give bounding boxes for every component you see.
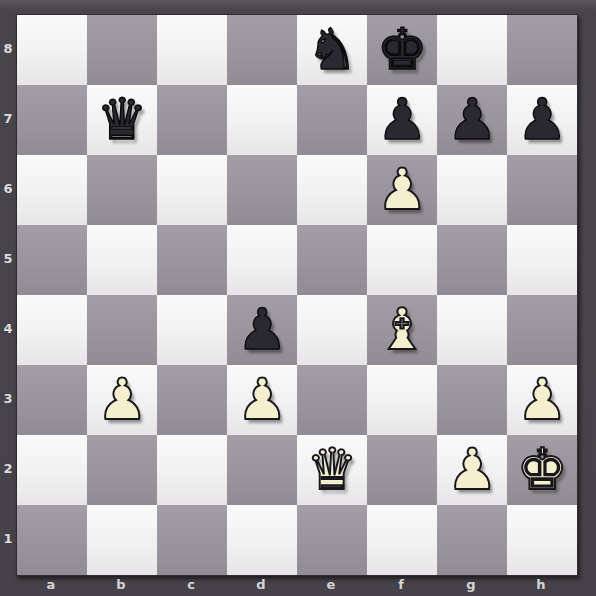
piece-black-king[interactable]: ♚ — [367, 15, 437, 85]
rank-label-5: 5 — [0, 224, 16, 294]
piece-black-pawn[interactable]: ♟ — [437, 85, 507, 155]
piece-black-pawn[interactable]: ♟ — [227, 295, 297, 365]
square-c3[interactable] — [157, 365, 227, 435]
square-f3[interactable] — [367, 365, 437, 435]
piece-black-knight[interactable]: ♞ — [297, 15, 367, 85]
square-e3[interactable] — [297, 365, 367, 435]
square-b2[interactable] — [87, 435, 157, 505]
square-c4[interactable] — [157, 295, 227, 365]
square-e8[interactable]: ♞ — [297, 15, 367, 85]
square-d7[interactable] — [227, 85, 297, 155]
square-f7[interactable]: ♟ — [367, 85, 437, 155]
rank-label-4: 4 — [0, 294, 16, 364]
piece-black-queen[interactable]: ♛ — [87, 85, 157, 155]
square-e2[interactable]: ♛ — [297, 435, 367, 505]
rank-label-8: 8 — [0, 14, 16, 84]
square-e7[interactable] — [297, 85, 367, 155]
square-b1[interactable] — [87, 505, 157, 575]
square-e4[interactable] — [297, 295, 367, 365]
square-h8[interactable] — [507, 15, 577, 85]
square-h4[interactable] — [507, 295, 577, 365]
rank-label-3: 3 — [0, 364, 16, 434]
square-h6[interactable] — [507, 155, 577, 225]
square-f8[interactable]: ♚ — [367, 15, 437, 85]
file-label-b: b — [86, 575, 156, 596]
square-h7[interactable]: ♟ — [507, 85, 577, 155]
piece-white-pawn[interactable]: ♟ — [87, 365, 157, 435]
square-g6[interactable] — [437, 155, 507, 225]
rank-label-2: 2 — [0, 434, 16, 504]
rank-label-1: 1 — [0, 504, 16, 574]
file-label-f: f — [366, 575, 436, 596]
square-e1[interactable] — [297, 505, 367, 575]
square-a3[interactable] — [17, 365, 87, 435]
square-d4[interactable]: ♟ — [227, 295, 297, 365]
square-c7[interactable] — [157, 85, 227, 155]
square-d3[interactable]: ♟ — [227, 365, 297, 435]
square-d5[interactable] — [227, 225, 297, 295]
square-h2[interactable]: ♚ — [507, 435, 577, 505]
square-e5[interactable] — [297, 225, 367, 295]
square-a1[interactable] — [17, 505, 87, 575]
square-a6[interactable] — [17, 155, 87, 225]
file-label-c: c — [156, 575, 226, 596]
square-f6[interactable]: ♟ — [367, 155, 437, 225]
piece-white-pawn[interactable]: ♟ — [367, 155, 437, 225]
square-f1[interactable] — [367, 505, 437, 575]
square-g4[interactable] — [437, 295, 507, 365]
square-c6[interactable] — [157, 155, 227, 225]
square-b8[interactable] — [87, 15, 157, 85]
square-d2[interactable] — [227, 435, 297, 505]
square-g8[interactable] — [437, 15, 507, 85]
square-a2[interactable] — [17, 435, 87, 505]
piece-white-queen[interactable]: ♛ — [297, 435, 367, 505]
board-frame: ♞♚♛♟♟♟♟♟♝♟♟♟♛♟♚ 87654321 abcdefgh — [0, 0, 596, 596]
rank-label-7: 7 — [0, 84, 16, 154]
square-e6[interactable] — [297, 155, 367, 225]
square-g7[interactable]: ♟ — [437, 85, 507, 155]
square-h5[interactable] — [507, 225, 577, 295]
square-h1[interactable] — [507, 505, 577, 575]
square-b4[interactable] — [87, 295, 157, 365]
square-g3[interactable] — [437, 365, 507, 435]
square-h3[interactable]: ♟ — [507, 365, 577, 435]
piece-white-king[interactable]: ♚ — [507, 435, 577, 505]
square-a8[interactable] — [17, 15, 87, 85]
square-b6[interactable] — [87, 155, 157, 225]
chess-board: ♞♚♛♟♟♟♟♟♝♟♟♟♛♟♚ — [16, 14, 578, 576]
square-c1[interactable] — [157, 505, 227, 575]
square-a5[interactable] — [17, 225, 87, 295]
square-d6[interactable] — [227, 155, 297, 225]
rank-label-6: 6 — [0, 154, 16, 224]
file-label-h: h — [506, 575, 576, 596]
square-f5[interactable] — [367, 225, 437, 295]
square-d8[interactable] — [227, 15, 297, 85]
square-b7[interactable]: ♛ — [87, 85, 157, 155]
square-c5[interactable] — [157, 225, 227, 295]
file-label-e: e — [296, 575, 366, 596]
square-f4[interactable]: ♝ — [367, 295, 437, 365]
square-a4[interactable] — [17, 295, 87, 365]
piece-white-bishop[interactable]: ♝ — [367, 295, 437, 365]
square-b5[interactable] — [87, 225, 157, 295]
square-d1[interactable] — [227, 505, 297, 575]
square-g2[interactable]: ♟ — [437, 435, 507, 505]
piece-black-pawn[interactable]: ♟ — [367, 85, 437, 155]
file-label-g: g — [436, 575, 506, 596]
square-f2[interactable] — [367, 435, 437, 505]
piece-white-pawn[interactable]: ♟ — [227, 365, 297, 435]
file-label-d: d — [226, 575, 296, 596]
piece-black-pawn[interactable]: ♟ — [507, 85, 577, 155]
square-c8[interactable] — [157, 15, 227, 85]
square-a7[interactable] — [17, 85, 87, 155]
square-g5[interactable] — [437, 225, 507, 295]
square-c2[interactable] — [157, 435, 227, 505]
file-label-a: a — [16, 575, 86, 596]
piece-white-pawn[interactable]: ♟ — [437, 435, 507, 505]
square-b3[interactable]: ♟ — [87, 365, 157, 435]
piece-white-pawn[interactable]: ♟ — [507, 365, 577, 435]
square-g1[interactable] — [437, 505, 507, 575]
